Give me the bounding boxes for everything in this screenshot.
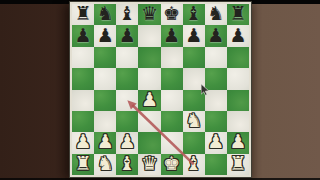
square-c4[interactable] <box>116 90 138 111</box>
square-f7[interactable]: ♟ <box>183 25 205 46</box>
piece-black-pawn[interactable]: ♟ <box>75 26 92 45</box>
video-frame: ♜♞♝♛♚♝♞♜♟♟♟♟♟♟♟♟♞♟♟♟♟♟♜♞♝♛♚♝♜ <box>0 0 320 180</box>
square-b2[interactable]: ♟ <box>94 132 116 153</box>
square-f4[interactable] <box>183 90 205 111</box>
piece-white-queen[interactable]: ♛ <box>141 154 158 173</box>
piece-white-rook[interactable]: ♜ <box>75 154 92 173</box>
square-f2[interactable] <box>183 132 205 153</box>
square-c1[interactable]: ♝ <box>116 154 138 175</box>
square-a1[interactable]: ♜ <box>72 154 94 175</box>
square-c5[interactable] <box>116 68 138 89</box>
square-d6[interactable] <box>138 47 160 68</box>
square-e8[interactable]: ♚ <box>161 4 183 25</box>
square-d8[interactable]: ♛ <box>138 4 160 25</box>
piece-white-pawn[interactable]: ♟ <box>97 132 114 151</box>
piece-white-pawn[interactable]: ♟ <box>141 90 158 109</box>
square-c6[interactable] <box>116 47 138 68</box>
piece-white-king[interactable]: ♚ <box>163 154 180 173</box>
square-a2[interactable]: ♟ <box>72 132 94 153</box>
square-d7[interactable] <box>138 25 160 46</box>
square-f3[interactable]: ♞ <box>183 111 205 132</box>
square-e3[interactable] <box>161 111 183 132</box>
piece-black-bishop[interactable]: ♝ <box>119 4 136 23</box>
square-g3[interactable] <box>205 111 227 132</box>
square-b5[interactable] <box>94 68 116 89</box>
square-e5[interactable] <box>161 68 183 89</box>
piece-black-pawn[interactable]: ♟ <box>97 26 114 45</box>
square-g1[interactable] <box>205 154 227 175</box>
square-e4[interactable] <box>161 90 183 111</box>
piece-black-pawn[interactable]: ♟ <box>119 26 136 45</box>
piece-white-pawn[interactable]: ♟ <box>119 132 136 151</box>
piece-white-pawn[interactable]: ♟ <box>229 132 246 151</box>
piece-black-pawn[interactable]: ♟ <box>229 26 246 45</box>
square-f1[interactable]: ♝ <box>183 154 205 175</box>
square-e6[interactable] <box>161 47 183 68</box>
square-d3[interactable] <box>138 111 160 132</box>
square-e2[interactable] <box>161 132 183 153</box>
square-g5[interactable] <box>205 68 227 89</box>
square-b1[interactable]: ♞ <box>94 154 116 175</box>
piece-black-queen[interactable]: ♛ <box>141 4 158 23</box>
square-b8[interactable]: ♞ <box>94 4 116 25</box>
piece-black-knight[interactable]: ♞ <box>207 4 224 23</box>
square-h5[interactable] <box>227 68 249 89</box>
piece-white-bishop[interactable]: ♝ <box>185 154 202 173</box>
square-h2[interactable]: ♟ <box>227 132 249 153</box>
square-f6[interactable] <box>183 47 205 68</box>
piece-black-rook[interactable]: ♜ <box>229 4 246 23</box>
square-a5[interactable] <box>72 68 94 89</box>
square-b3[interactable] <box>94 111 116 132</box>
square-b4[interactable] <box>94 90 116 111</box>
square-a3[interactable] <box>72 111 94 132</box>
square-c3[interactable] <box>116 111 138 132</box>
square-d2[interactable] <box>138 132 160 153</box>
square-b7[interactable]: ♟ <box>94 25 116 46</box>
square-g7[interactable]: ♟ <box>205 25 227 46</box>
piece-white-pawn[interactable]: ♟ <box>207 132 224 151</box>
square-d5[interactable] <box>138 68 160 89</box>
board-grid: ♜♞♝♛♚♝♞♜♟♟♟♟♟♟♟♟♞♟♟♟♟♟♜♞♝♛♚♝♜ <box>72 4 249 175</box>
square-g6[interactable] <box>205 47 227 68</box>
piece-black-pawn[interactable]: ♟ <box>185 26 202 45</box>
square-f5[interactable] <box>183 68 205 89</box>
square-c7[interactable]: ♟ <box>116 25 138 46</box>
square-e1[interactable]: ♚ <box>161 154 183 175</box>
square-c8[interactable]: ♝ <box>116 4 138 25</box>
piece-black-king[interactable]: ♚ <box>163 4 180 23</box>
letterbox-bottom <box>0 178 320 180</box>
square-g2[interactable]: ♟ <box>205 132 227 153</box>
piece-black-pawn[interactable]: ♟ <box>207 26 224 45</box>
square-g4[interactable] <box>205 90 227 111</box>
square-h1[interactable]: ♜ <box>227 154 249 175</box>
square-h8[interactable]: ♜ <box>227 4 249 25</box>
square-h4[interactable] <box>227 90 249 111</box>
square-h6[interactable] <box>227 47 249 68</box>
square-a8[interactable]: ♜ <box>72 4 94 25</box>
square-a7[interactable]: ♟ <box>72 25 94 46</box>
square-d1[interactable]: ♛ <box>138 154 160 175</box>
piece-white-knight[interactable]: ♞ <box>185 111 202 130</box>
square-a6[interactable] <box>72 47 94 68</box>
square-d4[interactable]: ♟ <box>138 90 160 111</box>
piece-white-rook[interactable]: ♜ <box>229 154 246 173</box>
square-f8[interactable]: ♝ <box>183 4 205 25</box>
square-h3[interactable] <box>227 111 249 132</box>
piece-white-pawn[interactable]: ♟ <box>75 132 92 151</box>
square-h7[interactable]: ♟ <box>227 25 249 46</box>
chess-board: ♜♞♝♛♚♝♞♜♟♟♟♟♟♟♟♟♞♟♟♟♟♟♜♞♝♛♚♝♜ <box>70 2 251 177</box>
piece-black-bishop[interactable]: ♝ <box>185 4 202 23</box>
square-b6[interactable] <box>94 47 116 68</box>
square-g8[interactable]: ♞ <box>205 4 227 25</box>
piece-black-knight[interactable]: ♞ <box>97 4 114 23</box>
square-c2[interactable]: ♟ <box>116 132 138 153</box>
piece-black-rook[interactable]: ♜ <box>75 4 92 23</box>
piece-white-bishop[interactable]: ♝ <box>119 154 136 173</box>
square-e7[interactable]: ♟ <box>161 25 183 46</box>
piece-white-knight[interactable]: ♞ <box>97 154 114 173</box>
square-a4[interactable] <box>72 90 94 111</box>
piece-black-pawn[interactable]: ♟ <box>163 26 180 45</box>
